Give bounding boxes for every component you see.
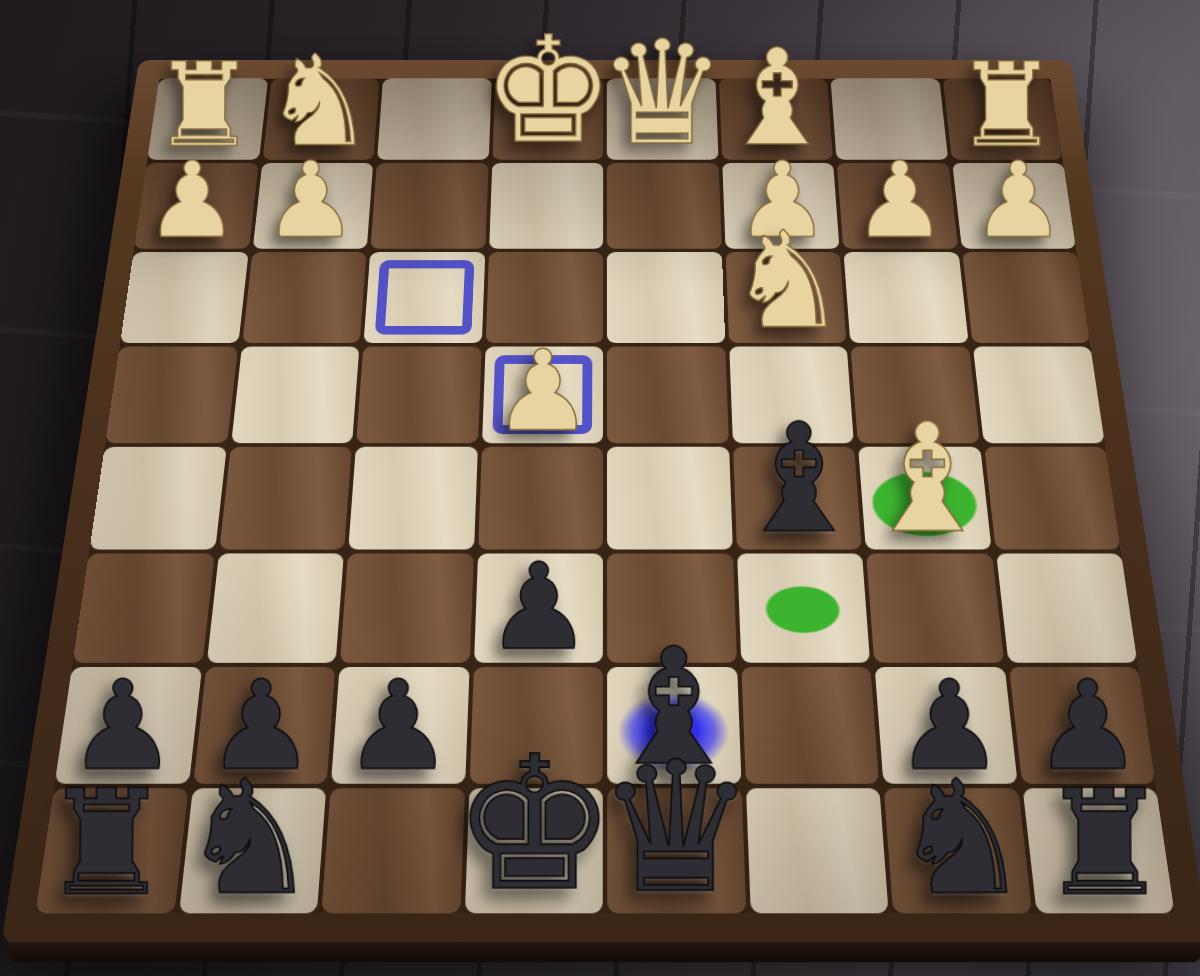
square-c3[interactable]: ♞	[725, 252, 846, 343]
square-a8[interactable]: ♜	[1022, 788, 1174, 913]
white-pawn[interactable]: ♟	[462, 338, 623, 444]
square-d1[interactable]: ♛	[607, 79, 718, 160]
square-e6[interactable]: ♟	[474, 553, 603, 662]
square-h8[interactable]: ♜	[36, 788, 188, 913]
square-c5[interactable]: ♝	[733, 447, 862, 550]
black-rook[interactable]: ♜	[1012, 774, 1196, 913]
square-b5[interactable]: ♝	[858, 447, 991, 550]
white-bishop[interactable]: ♝	[844, 407, 1011, 550]
square-e2[interactable]	[489, 163, 603, 249]
white-knight[interactable]: ♞	[709, 217, 865, 344]
board-3d-tilt: ♜♞♚♛♝♜♟♟♟♟♟♞♟♝♝♟♟♟♟♝♟♟♜♞♚♛♞♜	[1, 60, 1200, 944]
last-move-from-outline	[375, 260, 474, 335]
square-h6[interactable]	[73, 553, 215, 662]
square-f2[interactable]	[370, 163, 488, 249]
square-d3[interactable]	[607, 252, 725, 343]
square-e4[interactable]: ♟	[482, 347, 603, 444]
black-queen[interactable]: ♛	[585, 742, 768, 913]
board-frame: ♜♞♚♛♝♜♟♟♟♟♟♞♟♝♝♟♟♟♟♝♟♟♜♞♚♛♞♜	[1, 60, 1200, 944]
square-g6[interactable]	[206, 553, 344, 662]
square-g2[interactable]: ♟	[252, 163, 373, 249]
square-g8[interactable]: ♞	[178, 788, 326, 913]
square-h4[interactable]	[105, 347, 237, 444]
square-a2[interactable]: ♟	[952, 163, 1076, 249]
square-g4[interactable]	[231, 347, 360, 444]
square-f5[interactable]	[348, 447, 477, 550]
square-a6[interactable]	[996, 553, 1138, 662]
white-pawn[interactable]: ♟	[942, 150, 1094, 250]
black-rook[interactable]: ♜	[14, 774, 198, 913]
square-b8[interactable]: ♞	[884, 788, 1032, 913]
square-d2[interactable]	[607, 163, 721, 249]
square-g3[interactable]	[242, 252, 367, 343]
square-d8[interactable]: ♛	[607, 788, 745, 913]
square-d4[interactable]	[607, 347, 728, 444]
square-e1[interactable]: ♚	[492, 79, 603, 160]
square-d5[interactable]	[607, 447, 732, 550]
square-e8[interactable]: ♚	[464, 788, 602, 913]
chess-scene: ♜♞♚♛♝♜♟♟♟♟♟♞♟♝♝♟♟♟♟♝♟♟♜♞♚♛♞♜	[0, 0, 1200, 976]
board-grid: ♜♞♚♛♝♜♟♟♟♟♟♞♟♝♝♟♟♟♟♝♟♟♜♞♚♛♞♜	[36, 79, 1175, 914]
square-g5[interactable]	[219, 447, 352, 550]
square-a3[interactable]	[962, 252, 1090, 343]
square-e5[interactable]	[478, 447, 603, 550]
square-h3[interactable]	[120, 252, 248, 343]
white-pawn[interactable]: ♟	[234, 150, 386, 250]
square-f3[interactable]	[364, 252, 485, 343]
square-h5[interactable]	[89, 447, 226, 550]
square-b6[interactable]	[866, 553, 1004, 662]
